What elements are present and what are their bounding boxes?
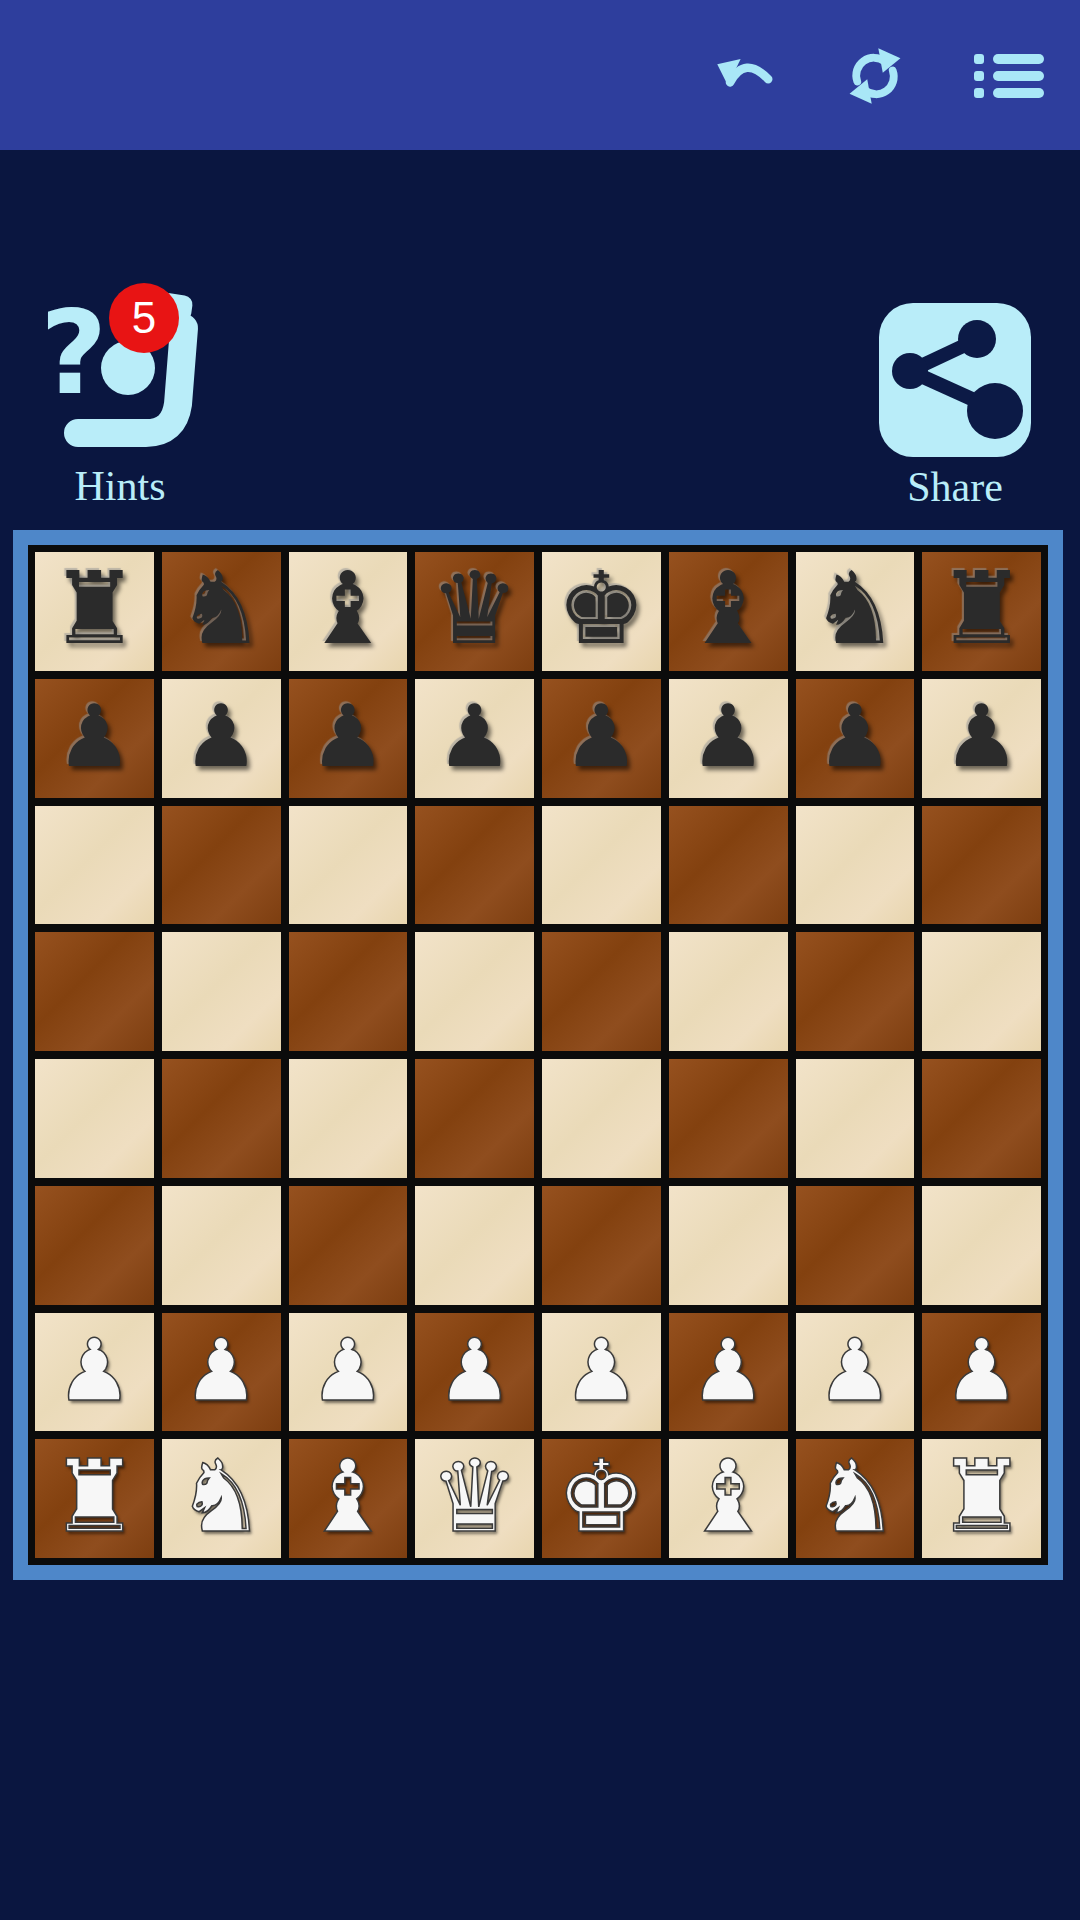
- share-button[interactable]: Share: [873, 303, 1037, 511]
- square-b2[interactable]: ♟: [162, 1313, 281, 1432]
- piece-white-pawn[interactable]: ♟: [436, 1327, 513, 1413]
- square-g8[interactable]: ♞: [796, 552, 915, 671]
- square-e2[interactable]: ♟: [542, 1313, 661, 1432]
- square-g2[interactable]: ♟: [796, 1313, 915, 1432]
- square-c1[interactable]: ♝: [289, 1439, 408, 1558]
- piece-white-rook[interactable]: ♜: [50, 1447, 140, 1547]
- square-g4[interactable]: [796, 1059, 915, 1178]
- square-a5[interactable]: [35, 932, 154, 1051]
- chess-board: ♜♞♝♛♚♝♞♜♟♟♟♟♟♟♟♟♟♟♟♟♟♟♟♟♜♞♝♛♚♝♞♜: [28, 545, 1048, 1565]
- piece-black-king[interactable]: ♚: [557, 559, 647, 659]
- app-screen: ? 5 Hints Share ♜♞♝♛♚♝♞♜♟♟♟♟♟♟♟♟♟♟♟♟♟♟♟♟…: [0, 0, 1080, 1920]
- hints-label: Hints: [30, 462, 210, 510]
- square-d6[interactable]: [415, 806, 534, 925]
- square-b7[interactable]: ♟: [162, 679, 281, 798]
- square-g3[interactable]: [796, 1186, 915, 1305]
- piece-black-pawn[interactable]: ♟: [56, 693, 133, 779]
- square-c6[interactable]: [289, 806, 408, 925]
- piece-black-rook[interactable]: ♜: [937, 559, 1027, 659]
- piece-white-pawn[interactable]: ♟: [309, 1327, 386, 1413]
- square-e7[interactable]: ♟: [542, 679, 661, 798]
- square-e5[interactable]: [542, 932, 661, 1051]
- square-e6[interactable]: [542, 806, 661, 925]
- square-a7[interactable]: ♟: [35, 679, 154, 798]
- piece-black-pawn[interactable]: ♟: [309, 693, 386, 779]
- piece-white-knight[interactable]: ♞: [810, 1447, 900, 1547]
- square-d3[interactable]: [415, 1186, 534, 1305]
- square-d5[interactable]: [415, 932, 534, 1051]
- square-d4[interactable]: [415, 1059, 534, 1178]
- piece-white-bishop[interactable]: ♝: [683, 1447, 773, 1547]
- square-e1[interactable]: ♚: [542, 1439, 661, 1558]
- square-c4[interactable]: [289, 1059, 408, 1178]
- square-h6[interactable]: [922, 806, 1041, 925]
- hints-question-person-icon: ? 5: [30, 256, 210, 452]
- square-a6[interactable]: [35, 806, 154, 925]
- square-f7[interactable]: ♟: [669, 679, 788, 798]
- square-a4[interactable]: [35, 1059, 154, 1178]
- piece-white-pawn[interactable]: ♟: [56, 1327, 133, 1413]
- piece-black-pawn[interactable]: ♟: [436, 693, 513, 779]
- square-h4[interactable]: [922, 1059, 1041, 1178]
- square-a2[interactable]: ♟: [35, 1313, 154, 1432]
- square-h5[interactable]: [922, 932, 1041, 1051]
- piece-white-rook[interactable]: ♜: [937, 1447, 1027, 1547]
- square-f2[interactable]: ♟: [669, 1313, 788, 1432]
- restart-icon[interactable]: [837, 38, 913, 114]
- square-b5[interactable]: [162, 932, 281, 1051]
- hints-button[interactable]: ? 5 Hints: [30, 256, 210, 510]
- piece-black-rook[interactable]: ♜: [50, 559, 140, 659]
- square-b3[interactable]: [162, 1186, 281, 1305]
- piece-white-pawn[interactable]: ♟: [943, 1327, 1020, 1413]
- square-g6[interactable]: [796, 806, 915, 925]
- piece-white-pawn[interactable]: ♟: [690, 1327, 767, 1413]
- square-f6[interactable]: [669, 806, 788, 925]
- square-b1[interactable]: ♞: [162, 1439, 281, 1558]
- piece-black-pawn[interactable]: ♟: [183, 693, 260, 779]
- piece-black-knight[interactable]: ♞: [176, 559, 266, 659]
- square-h2[interactable]: ♟: [922, 1313, 1041, 1432]
- square-a3[interactable]: [35, 1186, 154, 1305]
- piece-black-knight[interactable]: ♞: [810, 559, 900, 659]
- hints-count-badge: 5: [109, 283, 179, 353]
- square-h3[interactable]: [922, 1186, 1041, 1305]
- square-f4[interactable]: [669, 1059, 788, 1178]
- top-app-bar: [0, 0, 1080, 150]
- square-c8[interactable]: ♝: [289, 552, 408, 671]
- square-b6[interactable]: [162, 806, 281, 925]
- square-f1[interactable]: ♝: [669, 1439, 788, 1558]
- square-f3[interactable]: [669, 1186, 788, 1305]
- square-a1[interactable]: ♜: [35, 1439, 154, 1558]
- square-h1[interactable]: ♜: [922, 1439, 1041, 1558]
- share-label: Share: [873, 463, 1037, 511]
- square-c5[interactable]: [289, 932, 408, 1051]
- square-e8[interactable]: ♚: [542, 552, 661, 671]
- square-d7[interactable]: ♟: [415, 679, 534, 798]
- square-g5[interactable]: [796, 932, 915, 1051]
- moves-list-icon[interactable]: [971, 38, 1047, 114]
- piece-white-knight[interactable]: ♞: [176, 1447, 266, 1547]
- undo-icon[interactable]: [709, 38, 785, 114]
- square-f8[interactable]: ♝: [669, 552, 788, 671]
- piece-black-bishop[interactable]: ♝: [303, 559, 393, 659]
- piece-white-bishop[interactable]: ♝: [303, 1447, 393, 1547]
- square-c3[interactable]: [289, 1186, 408, 1305]
- svg-text:?: ?: [40, 285, 107, 420]
- square-h8[interactable]: ♜: [922, 552, 1041, 671]
- hints-badge-count: 5: [132, 293, 156, 342]
- piece-black-pawn[interactable]: ♟: [943, 693, 1020, 779]
- square-f5[interactable]: [669, 932, 788, 1051]
- piece-black-queen[interactable]: ♛: [430, 559, 520, 659]
- square-e4[interactable]: [542, 1059, 661, 1178]
- square-d2[interactable]: ♟: [415, 1313, 534, 1432]
- square-g7[interactable]: ♟: [796, 679, 915, 798]
- square-d8[interactable]: ♛: [415, 552, 534, 671]
- piece-black-pawn[interactable]: ♟: [690, 693, 767, 779]
- square-d1[interactable]: ♛: [415, 1439, 534, 1558]
- share-icon: [879, 303, 1031, 457]
- square-e3[interactable]: [542, 1186, 661, 1305]
- piece-white-king[interactable]: ♚: [557, 1447, 647, 1547]
- square-a8[interactable]: ♜: [35, 552, 154, 671]
- square-h7[interactable]: ♟: [922, 679, 1041, 798]
- square-c7[interactable]: ♟: [289, 679, 408, 798]
- piece-white-pawn[interactable]: ♟: [816, 1327, 893, 1413]
- square-g1[interactable]: ♞: [796, 1439, 915, 1558]
- piece-black-pawn[interactable]: ♟: [563, 693, 640, 779]
- square-c2[interactable]: ♟: [289, 1313, 408, 1432]
- board-frame: ♜♞♝♛♚♝♞♜♟♟♟♟♟♟♟♟♟♟♟♟♟♟♟♟♜♞♝♛♚♝♞♜: [13, 530, 1063, 1580]
- square-b8[interactable]: ♞: [162, 552, 281, 671]
- piece-white-pawn[interactable]: ♟: [183, 1327, 260, 1413]
- piece-black-pawn[interactable]: ♟: [816, 693, 893, 779]
- piece-white-pawn[interactable]: ♟: [563, 1327, 640, 1413]
- square-b4[interactable]: [162, 1059, 281, 1178]
- piece-white-queen[interactable]: ♛: [430, 1447, 520, 1547]
- piece-black-bishop[interactable]: ♝: [683, 559, 773, 659]
